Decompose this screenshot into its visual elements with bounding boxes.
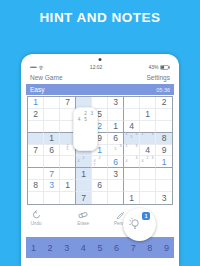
note-digit: 3 — [134, 145, 139, 149]
cell-r9c3[interactable] — [60, 192, 76, 204]
cell-r6c5[interactable]: 247 — [92, 156, 108, 168]
given-digit: 8 — [33, 181, 38, 190]
cell-r3c2[interactable] — [44, 121, 60, 133]
cell-r2c6[interactable] — [108, 109, 124, 121]
cell-r9c6[interactable] — [108, 192, 124, 204]
given-digit: 8 — [162, 134, 167, 143]
nav-bar: New Game Settings — [26, 71, 174, 83]
given-digit: 3 — [113, 98, 118, 107]
cell-r7c6[interactable]: 3 — [108, 168, 124, 180]
numpad-key-7[interactable]: 7 — [131, 243, 136, 253]
cell-r8c3[interactable]: 1 — [60, 180, 76, 192]
cell-r2c7[interactable] — [124, 109, 140, 121]
cell-notes: 13 — [140, 133, 155, 144]
given-digit: 1 — [129, 194, 134, 203]
undo-button[interactable]: Undo — [25, 207, 47, 233]
cell-notes: 234 — [140, 156, 155, 167]
user-digit: 7 — [49, 170, 54, 179]
cell-r8c5[interactable]: 6 — [92, 180, 108, 192]
cell-r3c7[interactable]: 4 — [124, 121, 140, 133]
given-digit: 7 — [33, 146, 38, 155]
numpad-key-4[interactable]: 4 — [81, 243, 86, 253]
cell-notes: 35 — [108, 145, 123, 156]
cell-r5c8[interactable]: 4 — [140, 145, 156, 157]
numpad-key-5[interactable]: 5 — [97, 243, 102, 253]
cell-r5c1[interactable]: 7 — [28, 145, 44, 157]
cell-r5c9[interactable]: 9 — [156, 145, 172, 157]
tablet-frame: ••••• 12:02 43% — [21, 54, 179, 266]
cell-r6c4[interactable]: 24 — [76, 156, 92, 168]
lightbulb-icon — [128, 217, 142, 232]
cell-r6c2[interactable] — [44, 156, 60, 168]
app-screen: ••••• 12:02 43% — [26, 63, 174, 266]
note-digit: 3 — [134, 133, 139, 137]
notes-magnifier-popup: 2345 — [73, 107, 98, 151]
cell-r7c5[interactable] — [92, 168, 108, 180]
cell-notes: 13 — [124, 145, 139, 156]
cell-r4c9[interactable]: 8 — [156, 133, 172, 145]
cell-r9c8[interactable] — [140, 192, 156, 204]
undo-icon — [32, 210, 41, 219]
cell-notes: 247 — [92, 156, 107, 167]
given-digit: 1 — [81, 170, 86, 179]
given-digit: 9 — [162, 146, 167, 155]
given-digit: 6 — [49, 146, 54, 155]
cell-r2c9[interactable] — [156, 109, 172, 121]
given-digit: 1 — [113, 122, 118, 131]
cell-r9c5[interactable] — [92, 192, 108, 204]
cell-r4c6[interactable]: 6 — [108, 133, 124, 145]
popup-notes-grid: 2345 — [76, 110, 95, 129]
cell-r2c8[interactable]: 1 — [140, 109, 156, 121]
settings-button[interactable]: Settings — [147, 74, 171, 81]
given-digit: 3 — [113, 170, 118, 179]
note-digit: 5 — [113, 148, 118, 152]
user-digit: 1 — [97, 146, 102, 155]
numpad-key-8[interactable]: 8 — [147, 243, 152, 253]
battery-icon — [160, 65, 170, 70]
note-digit: 5 — [65, 148, 70, 152]
given-digit: 2 — [162, 98, 167, 107]
cell-r1c7[interactable] — [124, 97, 140, 109]
note-digit: 4 — [140, 160, 145, 164]
new-game-button[interactable]: New Game — [30, 74, 63, 81]
cell-r3c6[interactable]: 1 — [108, 121, 124, 133]
difficulty-label: Easy — [30, 86, 44, 93]
note-digit: 1 — [124, 145, 129, 149]
tutorial-spotlight-hint[interactable]: 1 — [123, 208, 156, 241]
note-digit: 5 — [82, 116, 88, 122]
cell-notes: 34 — [124, 156, 139, 167]
cell-r8c2[interactable]: 3 — [44, 180, 60, 192]
note-digit: 2 — [81, 156, 86, 160]
given-digit: 6 — [97, 181, 102, 190]
cell-r6c8[interactable]: 234 — [140, 156, 156, 168]
cell-r9c7[interactable]: 1 — [124, 192, 140, 204]
cell-r7c8[interactable] — [140, 168, 156, 180]
camera-icon — [99, 58, 102, 61]
cell-r7c1[interactable] — [28, 168, 44, 180]
given-digit: 3 — [162, 194, 167, 203]
cell-r8c7[interactable] — [124, 180, 140, 192]
note-digit: 4 — [76, 160, 81, 164]
cell-r7c3[interactable] — [60, 168, 76, 180]
cell-r1c8[interactable] — [140, 97, 156, 109]
wifi-icon — [38, 65, 44, 70]
timer-value: 05:36 — [156, 87, 170, 93]
user-digit: 1 — [33, 98, 38, 107]
cell-r7c9[interactable] — [156, 168, 172, 180]
cell-r8c1[interactable]: 8 — [28, 180, 44, 192]
cell-r5c6[interactable]: 35 — [108, 145, 124, 157]
numpad-key-1[interactable]: 1 — [31, 243, 36, 253]
cell-r8c9[interactable] — [156, 180, 172, 192]
cell-r3c9[interactable] — [156, 121, 172, 133]
given-digit: 2 — [33, 110, 38, 119]
cell-r1c6[interactable]: 3 — [108, 97, 124, 109]
page-title: HINT AND NOTES — [0, 10, 200, 25]
cell-r9c1[interactable] — [28, 192, 44, 204]
game-info-bar: Easy 05:36 — [26, 84, 174, 95]
user-digit: 6 — [113, 158, 118, 167]
eraser-icon — [78, 210, 88, 219]
cell-r7c7[interactable] — [124, 168, 140, 180]
note-digit: 3 — [89, 110, 95, 116]
given-digit: 1 — [145, 110, 150, 119]
user-digit: 3 — [49, 181, 54, 190]
cell-r6c9[interactable]: 1 — [156, 156, 172, 168]
cell-r9c2[interactable] — [44, 192, 60, 204]
erase-label: Erase — [77, 221, 89, 226]
cell-notes: 24 — [76, 156, 91, 167]
cell-r3c1[interactable] — [28, 121, 44, 133]
number-pad: 123456789 — [26, 237, 174, 258]
cell-r8c6[interactable] — [108, 180, 124, 192]
numpad-key-3[interactable]: 3 — [64, 243, 69, 253]
note-digit: 5 — [129, 136, 134, 140]
cell-r6c3[interactable] — [60, 156, 76, 168]
note-digit: 7 — [92, 164, 97, 168]
numpad-key-9[interactable]: 9 — [164, 243, 169, 253]
cell-r2c1[interactable]: 2 — [28, 109, 44, 121]
cell-r4c1[interactable] — [28, 133, 44, 145]
cell-r4c8[interactable]: 13 — [140, 133, 156, 145]
cell-r1c9[interactable]: 2 — [156, 97, 172, 109]
cell-r7c2[interactable]: 7 — [44, 168, 60, 180]
cell-r4c7[interactable]: 135 — [124, 133, 140, 145]
cell-r1c3[interactable]: 7 — [60, 97, 76, 109]
cell-r3c8[interactable] — [140, 121, 156, 133]
cell-r9c4[interactable]: 7 — [76, 192, 92, 204]
given-digit: 4 — [129, 122, 134, 131]
note-digit: 3 — [134, 156, 139, 160]
note-digit: 3 — [118, 145, 123, 149]
cell-r7c4[interactable]: 1 — [76, 168, 92, 180]
cell-r6c6[interactable]: 6 — [108, 156, 124, 168]
cell-notes: 135 — [124, 133, 139, 144]
cell-r6c7[interactable]: 34 — [124, 156, 140, 168]
status-time: 12:02 — [90, 64, 103, 70]
given-digit: 4 — [145, 146, 150, 155]
given-digit: 7 — [81, 194, 86, 203]
battery-percent: 43% — [148, 64, 158, 70]
cell-r8c4[interactable] — [76, 180, 92, 192]
cell-r4c2[interactable]: 1 — [44, 133, 60, 145]
given-digit: 1 — [65, 181, 70, 190]
given-digit: 6 — [113, 134, 118, 143]
note-digit: 3 — [150, 133, 155, 137]
note-digit: 1 — [140, 133, 145, 137]
user-digit: 1 — [162, 158, 167, 167]
cell-r9c9[interactable]: 3 — [156, 192, 172, 204]
status-bar: ••••• 12:02 43% — [26, 63, 174, 71]
note-digit: 2 — [97, 156, 102, 160]
cell-r5c2[interactable]: 6 — [44, 145, 60, 157]
cell-r1c1[interactable]: 1 — [28, 97, 44, 109]
undo-label: Undo — [31, 221, 42, 226]
cell-r6c1[interactable] — [28, 156, 44, 168]
cell-r8c8[interactable] — [140, 180, 156, 192]
given-digit: 1 — [49, 134, 54, 143]
note-digit: 3 — [150, 156, 155, 160]
cell-r1c2[interactable] — [44, 97, 60, 109]
cell-r5c7[interactable]: 13 — [124, 145, 140, 157]
cell-r2c2[interactable] — [44, 109, 60, 121]
numpad-key-2[interactable]: 2 — [48, 243, 53, 253]
numpad-key-6[interactable]: 6 — [114, 243, 119, 253]
erase-button[interactable]: Erase — [72, 207, 94, 233]
given-digit: 7 — [65, 98, 70, 107]
carrier-signal-dots: ••••• — [30, 65, 36, 70]
sudoku-board: 1732223455121419613513876252345135134924… — [27, 96, 173, 205]
note-digit: 4 — [124, 160, 129, 164]
hint-count-badge: 1 — [142, 212, 150, 220]
